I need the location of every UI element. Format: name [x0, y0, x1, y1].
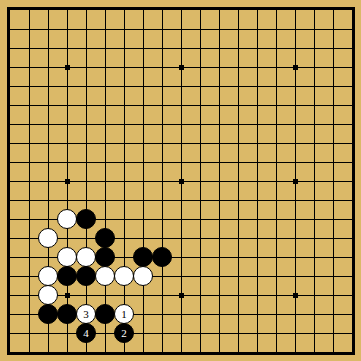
grid-line-vertical: [200, 10, 201, 353]
stone-black[interactable]: [95, 228, 115, 248]
grid-line-horizontal: [10, 238, 353, 239]
stone-white[interactable]: [38, 228, 58, 248]
star-point: [179, 293, 184, 298]
stone-white[interactable]: [38, 266, 58, 286]
stone-black[interactable]: [76, 266, 96, 286]
move-4-stone-black[interactable]: 4: [76, 323, 96, 343]
stone-black[interactable]: [133, 247, 153, 267]
grid-line-vertical: [257, 10, 258, 353]
grid-line-vertical: [314, 10, 315, 353]
go-board-diagram: 3142: [0, 0, 361, 361]
stone-white[interactable]: [95, 266, 115, 286]
grid-line-horizontal: [10, 333, 353, 334]
star-point: [293, 65, 298, 70]
grid-line-vertical: [333, 10, 334, 353]
grid-line-horizontal: [10, 200, 353, 201]
grid-line-vertical: [238, 10, 239, 353]
star-point: [65, 179, 70, 184]
star-point: [65, 65, 70, 70]
stone-black[interactable]: [57, 304, 77, 324]
stone-white[interactable]: [38, 285, 58, 305]
star-point: [179, 179, 184, 184]
grid-line-vertical: [276, 10, 277, 353]
stone-black[interactable]: [57, 266, 77, 286]
grid-line-vertical: [219, 10, 220, 353]
stone-white[interactable]: [57, 247, 77, 267]
stone-white[interactable]: [76, 247, 96, 267]
stone-black[interactable]: [152, 247, 172, 267]
star-point: [179, 65, 184, 70]
star-point: [293, 179, 298, 184]
star-point: [293, 293, 298, 298]
stone-white[interactable]: [57, 209, 77, 229]
stone-white[interactable]: [133, 266, 153, 286]
stone-black[interactable]: [95, 247, 115, 267]
move-3-stone-white[interactable]: 3: [76, 304, 96, 324]
move-1-stone-white[interactable]: 1: [114, 304, 134, 324]
move-2-stone-black[interactable]: 2: [114, 323, 134, 343]
stone-black[interactable]: [38, 304, 58, 324]
star-point: [65, 293, 70, 298]
stone-black[interactable]: [95, 304, 115, 324]
stone-white[interactable]: [114, 266, 134, 286]
stone-black[interactable]: [76, 209, 96, 229]
